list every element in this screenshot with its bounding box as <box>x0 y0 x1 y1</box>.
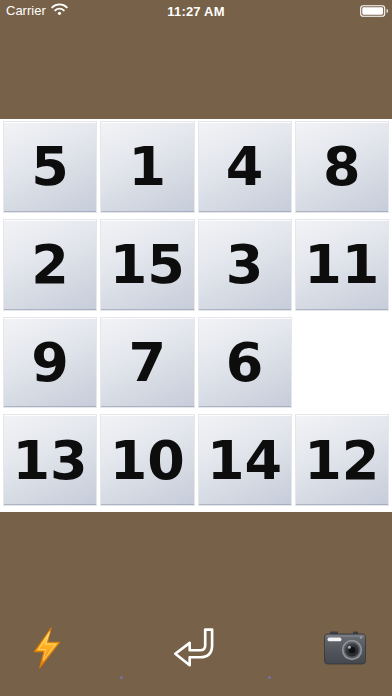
tile[interactable]: 12 <box>296 415 388 505</box>
puzzle-board: 5 1 4 8 2 15 3 11 9 7 6 13 10 14 12 <box>0 119 392 512</box>
page-dot <box>120 676 123 679</box>
tile[interactable]: 5 <box>4 122 96 212</box>
tile[interactable]: 10 <box>101 415 193 505</box>
tile[interactable]: 8 <box>296 122 388 212</box>
return-arrow-icon <box>173 625 219 674</box>
empty-cell <box>296 318 388 408</box>
shuffle-button[interactable] <box>25 626 69 672</box>
battery-icon <box>360 5 388 20</box>
tile[interactable]: 14 <box>199 415 291 505</box>
tile[interactable]: 2 <box>4 220 96 310</box>
clock: 11:27 AM <box>0 4 392 19</box>
tile[interactable]: 3 <box>199 220 291 310</box>
page-dot <box>268 676 271 679</box>
undo-button[interactable] <box>174 626 218 672</box>
camera-button[interactable] <box>323 626 367 672</box>
status-bar: Carrier 11:27 AM <box>0 0 392 22</box>
tile[interactable]: 6 <box>199 318 291 408</box>
tile[interactable]: 1 <box>101 122 193 212</box>
tile[interactable]: 11 <box>296 220 388 310</box>
tile[interactable]: 15 <box>101 220 193 310</box>
camera-icon <box>324 630 366 669</box>
bottom-toolbar <box>0 602 392 696</box>
tile[interactable]: 9 <box>4 318 96 408</box>
lightning-bolt-icon <box>30 627 64 672</box>
tile[interactable]: 7 <box>101 318 193 408</box>
tile[interactable]: 13 <box>4 415 96 505</box>
tile[interactable]: 4 <box>199 122 291 212</box>
